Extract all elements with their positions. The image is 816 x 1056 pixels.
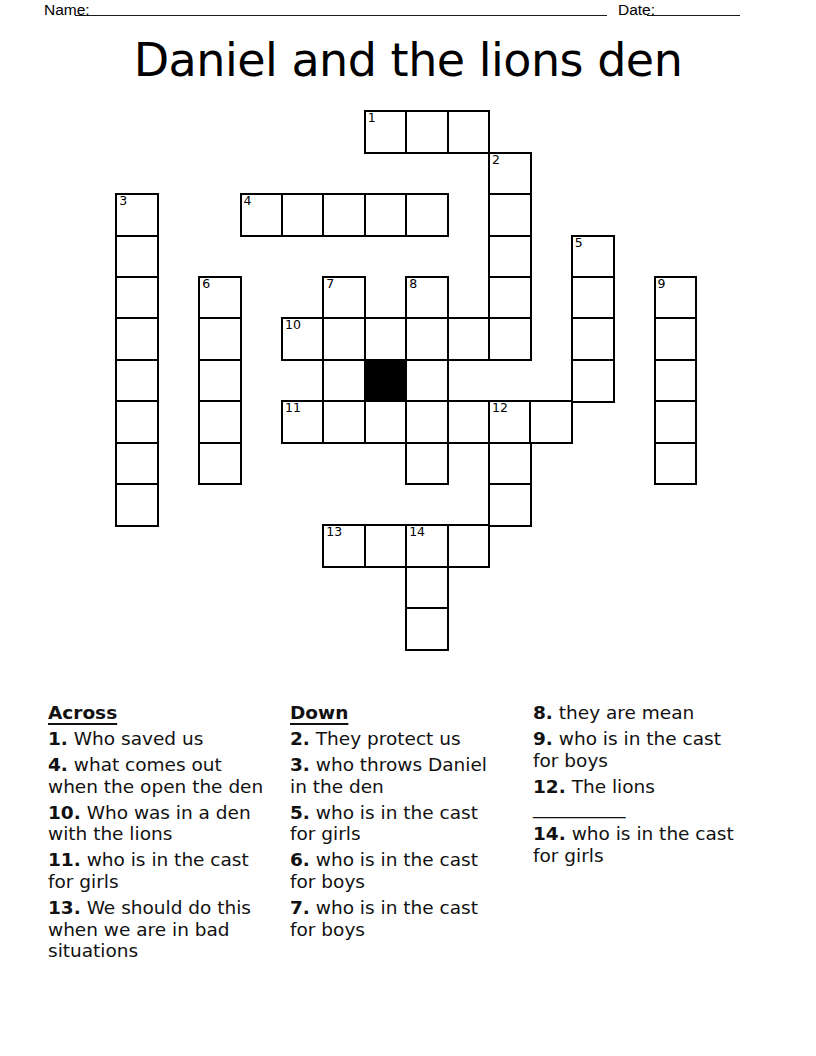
- grid-cell-r5c9[interactable]: [488, 317, 532, 361]
- grid-cell-r3c0[interactable]: [115, 235, 159, 279]
- grid-cell-r2c9[interactable]: [488, 193, 532, 237]
- clue-down-12: 12. The lions__________: [533, 776, 768, 819]
- clue-down-6: 6. who is in the castfor boys: [290, 849, 525, 892]
- clue-text: who is in the cast: [81, 849, 249, 870]
- clue-number: 6.: [290, 849, 310, 870]
- cell-number-10: 10: [285, 318, 301, 332]
- clue-text: in the den: [290, 776, 525, 798]
- name-input-line[interactable]: [75, 0, 607, 16]
- grid-cell-r2c0[interactable]: 3: [115, 193, 159, 237]
- crossword-grid: 1234567891011121314: [117, 112, 699, 652]
- clue-across-1: 1. Who saved us: [48, 728, 293, 750]
- clue-text: who is in the cast: [310, 802, 478, 823]
- clue-text: for boys: [290, 871, 525, 893]
- clue-text: with the lions: [48, 823, 293, 845]
- grid-cell-r7c10[interactable]: [529, 400, 573, 444]
- grid-cell-r0c6[interactable]: 1: [364, 110, 408, 154]
- cell-number-13: 13: [326, 525, 342, 539]
- cell-number-11: 11: [285, 401, 301, 415]
- down-clues-column-continued: 8. they are mean9. who is in the castfor…: [533, 702, 768, 871]
- cell-number-12: 12: [492, 401, 508, 415]
- clue-text: they are mean: [553, 702, 694, 723]
- cell-number-1: 1: [368, 111, 376, 125]
- clue-down-14: 14. who is in the castfor girls: [533, 823, 768, 866]
- clue-down-2: 2. They protect us: [290, 728, 525, 750]
- clue-text: who is in the cast: [553, 728, 721, 749]
- grid-cell-r9c9[interactable]: [488, 483, 532, 527]
- clue-number: 7.: [290, 897, 310, 918]
- grid-cell-r10c8[interactable]: [447, 524, 491, 568]
- grid-cell-r2c5[interactable]: [322, 193, 366, 237]
- grid-cell-r7c6[interactable]: [364, 400, 408, 444]
- grid-cell-r2c7[interactable]: [405, 193, 449, 237]
- clue-text: for boys: [533, 750, 768, 772]
- grid-cell-r8c0[interactable]: [115, 442, 159, 486]
- clue-number: 12.: [533, 776, 566, 797]
- grid-cell-r6c7[interactable]: [405, 359, 449, 403]
- clue-number: 10.: [48, 802, 81, 823]
- cell-number-7: 7: [326, 277, 334, 291]
- clue-text: when we are in bad: [48, 919, 293, 941]
- grid-cell-r9c0[interactable]: [115, 483, 159, 527]
- grid-cell-r1c9[interactable]: 2: [488, 152, 532, 196]
- clue-text: They protect us: [310, 728, 461, 749]
- grid-cell-r10c6[interactable]: [364, 524, 408, 568]
- clue-text: for girls: [48, 871, 293, 893]
- clue-across-13: 13. We should do thiswhen we are in bads…: [48, 897, 293, 962]
- down-clues-column: Down 2. They protect us3. who throws Dan…: [290, 702, 525, 945]
- clue-text: Who saved us: [68, 728, 203, 749]
- cell-number-9: 9: [658, 277, 666, 291]
- grid-cell-r8c2[interactable]: [198, 442, 242, 486]
- clue-text: when the open the den: [48, 776, 293, 798]
- grid-cell-r6c2[interactable]: [198, 359, 242, 403]
- clue-text: __________: [533, 797, 768, 819]
- clue-across-4: 4. what comes outwhen the open the den: [48, 754, 293, 797]
- clue-text: The lions: [566, 776, 655, 797]
- grid-cell-r5c13[interactable]: [654, 317, 698, 361]
- clue-down-5: 5. who is in the castfor girls: [290, 802, 525, 845]
- grid-cell-r5c7[interactable]: [405, 317, 449, 361]
- grid-cell-r12c7[interactable]: [405, 607, 449, 651]
- grid-cell-r2c3[interactable]: 4: [240, 193, 284, 237]
- grid-cell-r6c11[interactable]: [571, 359, 615, 403]
- clue-text: for girls: [290, 823, 525, 845]
- grid-cell-r7c5[interactable]: [322, 400, 366, 444]
- grid-cell-r0c8[interactable]: [447, 110, 491, 154]
- grid-cell-r2c6[interactable]: [364, 193, 408, 237]
- grid-cell-r3c9[interactable]: [488, 235, 532, 279]
- clue-text: We should do this: [81, 897, 251, 918]
- grid-cell-r3c11[interactable]: 5: [571, 235, 615, 279]
- grid-cell-r5c2[interactable]: [198, 317, 242, 361]
- grid-cell-r7c13[interactable]: [654, 400, 698, 444]
- grid-cell-r11c7[interactable]: [405, 566, 449, 610]
- worksheet-page: Name: Date: Daniel and the lions den 123…: [0, 0, 816, 1056]
- clue-number: 5.: [290, 802, 310, 823]
- down-header: Down: [290, 702, 525, 724]
- grid-cell-r5c0[interactable]: [115, 317, 159, 361]
- grid-cell-r7c8[interactable]: [447, 400, 491, 444]
- cell-number-5: 5: [575, 236, 583, 250]
- clue-text: situations: [48, 940, 293, 962]
- grid-cell-r4c7[interactable]: 8: [405, 276, 449, 320]
- grid-cell-r5c5[interactable]: [322, 317, 366, 361]
- across-clues-column: Across 1. Who saved us4. what comes outw…: [48, 702, 293, 966]
- grid-cell-r5c6[interactable]: [364, 317, 408, 361]
- grid-cell-r5c11[interactable]: [571, 317, 615, 361]
- cell-number-3: 3: [119, 194, 127, 208]
- clue-text: who is in the cast: [566, 823, 734, 844]
- grid-cell-r5c8[interactable]: [447, 317, 491, 361]
- clue-number: 3.: [290, 754, 310, 775]
- grid-cell-r6c5[interactable]: [322, 359, 366, 403]
- clue-text: Who was in a den: [81, 802, 251, 823]
- clue-across-10: 10. Who was in a denwith the lions: [48, 802, 293, 845]
- date-input-line[interactable]: [647, 0, 740, 16]
- page-title: Daniel and the lions den: [0, 35, 816, 85]
- grid-cell-r6c13[interactable]: [654, 359, 698, 403]
- grid-cell-black-r6c6: [364, 359, 408, 403]
- grid-cell-r0c7[interactable]: [405, 110, 449, 154]
- clue-across-11: 11. who is in the castfor girls: [48, 849, 293, 892]
- cell-number-2: 2: [492, 153, 500, 167]
- grid-cell-r5c4[interactable]: 10: [281, 317, 325, 361]
- grid-cell-r6c0[interactable]: [115, 359, 159, 403]
- across-header: Across: [48, 702, 293, 724]
- grid-cell-r7c2[interactable]: [198, 400, 242, 444]
- grid-cell-r7c0[interactable]: [115, 400, 159, 444]
- cell-number-6: 6: [202, 277, 210, 291]
- grid-cell-r4c0[interactable]: [115, 276, 159, 320]
- grid-cell-r10c7[interactable]: 14: [405, 524, 449, 568]
- clue-down-7: 7. who is in the castfor boys: [290, 897, 525, 940]
- grid-cell-r8c7[interactable]: [405, 442, 449, 486]
- cell-number-4: 4: [244, 194, 252, 208]
- cell-number-8: 8: [409, 277, 417, 291]
- clue-down-9: 9. who is in the castfor boys: [533, 728, 768, 771]
- clue-number: 8.: [533, 702, 553, 723]
- grid-cell-r7c9[interactable]: 12: [488, 400, 532, 444]
- cell-number-14: 14: [409, 525, 425, 539]
- clue-number: 13.: [48, 897, 81, 918]
- grid-cell-r8c13[interactable]: [654, 442, 698, 486]
- clue-number: 14.: [533, 823, 566, 844]
- clue-down-3: 3. who throws Danielin the den: [290, 754, 525, 797]
- grid-cell-r7c7[interactable]: [405, 400, 449, 444]
- grid-cell-r4c2[interactable]: 6: [198, 276, 242, 320]
- grid-cell-r4c5[interactable]: 7: [322, 276, 366, 320]
- grid-cell-r7c4[interactable]: 11: [281, 400, 325, 444]
- clue-text: who throws Daniel: [310, 754, 487, 775]
- grid-cell-r4c9[interactable]: [488, 276, 532, 320]
- clue-text: who is in the cast: [310, 849, 478, 870]
- clue-number: 4.: [48, 754, 68, 775]
- grid-cell-r8c9[interactable]: [488, 442, 532, 486]
- clue-down-8: 8. they are mean: [533, 702, 768, 724]
- clue-text: for girls: [533, 845, 768, 867]
- clue-number: 2.: [290, 728, 310, 749]
- clue-text: who is in the cast: [310, 897, 478, 918]
- clue-number: 11.: [48, 849, 81, 870]
- grid-cell-r4c11[interactable]: [571, 276, 615, 320]
- grid-cell-r4c13[interactable]: 9: [654, 276, 698, 320]
- grid-cell-r2c4[interactable]: [281, 193, 325, 237]
- clue-text: for boys: [290, 919, 525, 941]
- grid-cell-r10c5[interactable]: 13: [322, 524, 366, 568]
- clue-text: what comes out: [68, 754, 222, 775]
- clue-number: 9.: [533, 728, 553, 749]
- clue-number: 1.: [48, 728, 68, 749]
